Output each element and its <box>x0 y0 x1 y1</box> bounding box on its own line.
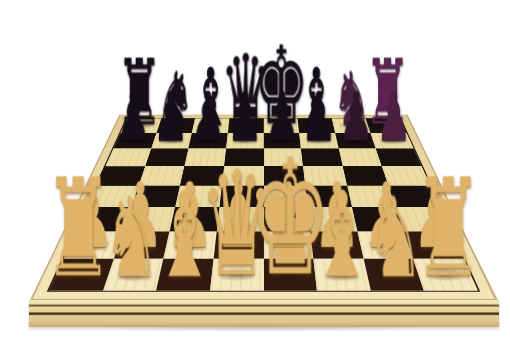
piece-white-knight-b1[interactable]: ♞ <box>103 183 161 294</box>
chess-set-photo: ♜♞♝♛♚♝♞♜♟♟♟♟♟♟♟♟♟♟♟♟♟♟♟♟♜♞♝♛♚♝♞♜ Angled … <box>0 0 510 340</box>
piece-black-pawn-g7[interactable]: ♟ <box>339 83 374 151</box>
piece-black-pawn-a7[interactable]: ♟ <box>116 83 151 151</box>
squares: ♜♞♝♛♚♝♞♜♟♟♟♟♟♟♟♟♟♟♟♟♟♟♟♟♜♞♝♛♚♝♞♜ <box>47 118 481 292</box>
chess-board: ♜♞♝♛♚♝♞♜♟♟♟♟♟♟♟♟♟♟♟♟♟♟♟♟♜♞♝♛♚♝♞♜ <box>30 115 497 300</box>
square-e1[interactable]: ♚ <box>264 259 318 291</box>
square-b7[interactable]: ♟ <box>151 133 192 149</box>
square-a7[interactable]: ♟ <box>113 133 156 149</box>
square-h7[interactable]: ♟ <box>371 133 414 149</box>
piece-white-rook-h1[interactable]: ♜ <box>413 161 483 296</box>
piece-black-pawn-b7[interactable]: ♟ <box>153 83 188 151</box>
square-f1[interactable]: ♝ <box>313 259 370 291</box>
piece-white-bishop-f1[interactable]: ♝ <box>312 177 373 295</box>
piece-black-pawn-h7[interactable]: ♟ <box>376 83 411 151</box>
square-g7[interactable]: ♟ <box>335 133 376 149</box>
square-h1[interactable]: ♜ <box>413 259 477 291</box>
